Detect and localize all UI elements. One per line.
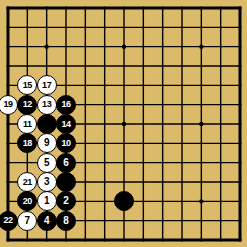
intersection: [211, 56, 230, 75]
intersection: [134, 37, 153, 56]
intersection: [0, 134, 18, 153]
intersection: [37, 0, 56, 18]
intersection: [172, 230, 191, 247]
intersection: [0, 0, 18, 18]
intersection: [114, 172, 133, 191]
intersection: [153, 0, 172, 18]
stone-white-13: 13: [37, 95, 57, 115]
intersection: [95, 95, 114, 114]
intersection: [18, 230, 37, 247]
stone-white-5: 5: [37, 153, 57, 173]
intersection: [114, 37, 133, 56]
intersection: [211, 230, 230, 247]
intersection: [18, 0, 37, 18]
intersection: [134, 153, 153, 172]
intersection: [153, 37, 172, 56]
intersection: [0, 114, 18, 133]
intersection: [172, 114, 191, 133]
intersection: [95, 18, 114, 37]
intersection: [172, 192, 191, 211]
intersection: [172, 172, 191, 191]
intersection: [76, 0, 95, 18]
intersection: [172, 0, 191, 18]
intersection: [76, 211, 95, 230]
intersection: [0, 56, 18, 75]
intersection: [95, 230, 114, 247]
intersection: 10: [56, 134, 75, 153]
intersection: [76, 230, 95, 247]
intersection: [230, 211, 247, 230]
intersection: 13: [37, 95, 56, 114]
intersection: [211, 37, 230, 56]
intersection: [172, 18, 191, 37]
intersection: [76, 134, 95, 153]
stone-black-setup: [114, 191, 134, 211]
intersection: [114, 114, 133, 133]
intersection: [230, 172, 247, 191]
intersection: [0, 18, 18, 37]
intersection: [95, 172, 114, 191]
stone-black-20: 20: [17, 191, 37, 211]
intersection: [134, 0, 153, 18]
intersection: [114, 192, 133, 211]
intersection: [192, 153, 211, 172]
intersection: [192, 37, 211, 56]
intersection: [114, 211, 133, 230]
intersection: [153, 134, 172, 153]
intersection: [95, 134, 114, 153]
stone-white-3: 3: [37, 172, 57, 192]
intersection: [56, 230, 75, 247]
intersection: [76, 95, 95, 114]
intersection: [76, 114, 95, 133]
intersection: [0, 76, 18, 95]
intersection: [56, 0, 75, 18]
intersection: [192, 56, 211, 75]
intersection: [153, 153, 172, 172]
intersection: [56, 56, 75, 75]
intersection: [211, 192, 230, 211]
intersection: [18, 153, 37, 172]
intersection: [134, 172, 153, 191]
intersection: [76, 192, 95, 211]
intersection: [230, 37, 247, 56]
stone-black-setup: [56, 172, 76, 192]
intersection: [76, 76, 95, 95]
intersection: [114, 76, 133, 95]
intersection: 16: [56, 95, 75, 114]
intersection: [172, 134, 191, 153]
intersection: [230, 153, 247, 172]
intersection: [18, 18, 37, 37]
stone-white-21: 21: [17, 172, 37, 192]
board-grid: 15171912131611141891056213201222748: [0, 0, 247, 247]
intersection: 4: [37, 211, 56, 230]
stone-white-19: 19: [0, 95, 18, 115]
intersection: [153, 95, 172, 114]
intersection: [153, 56, 172, 75]
intersection: [211, 114, 230, 133]
intersection: [172, 76, 191, 95]
intersection: [56, 18, 75, 37]
intersection: [95, 76, 114, 95]
intersection: [0, 172, 18, 191]
stone-black-22: 22: [0, 211, 18, 231]
intersection: [230, 76, 247, 95]
intersection: 14: [56, 114, 75, 133]
stone-black-18: 18: [17, 133, 37, 153]
stone-black-14: 14: [56, 114, 76, 134]
intersection: [95, 211, 114, 230]
intersection: [153, 76, 172, 95]
intersection: [56, 37, 75, 56]
intersection: [114, 230, 133, 247]
intersection: [192, 114, 211, 133]
intersection: [153, 211, 172, 230]
stone-black-6: 6: [56, 153, 76, 173]
intersection: [153, 172, 172, 191]
intersection: [37, 18, 56, 37]
intersection: [95, 37, 114, 56]
intersection: [192, 172, 211, 191]
intersection: 20: [18, 192, 37, 211]
intersection: [76, 18, 95, 37]
intersection: [211, 134, 230, 153]
intersection: [211, 95, 230, 114]
intersection: [0, 192, 18, 211]
intersection: [211, 76, 230, 95]
intersection: [172, 153, 191, 172]
intersection: [192, 134, 211, 153]
intersection: [76, 56, 95, 75]
intersection: [192, 18, 211, 37]
intersection: [172, 37, 191, 56]
intersection: [0, 153, 18, 172]
stone-white-9: 9: [37, 133, 57, 153]
stone-black-8: 8: [56, 211, 76, 231]
intersection: [76, 172, 95, 191]
intersection: [134, 230, 153, 247]
stone-white-15: 15: [17, 75, 37, 95]
stone-black-setup: [37, 114, 57, 134]
intersection: 8: [56, 211, 75, 230]
intersection: [192, 0, 211, 18]
intersection: 18: [18, 134, 37, 153]
intersection: 5: [37, 153, 56, 172]
intersection: [18, 56, 37, 75]
intersection: 22: [0, 211, 18, 230]
intersection: [230, 192, 247, 211]
intersection: 7: [18, 211, 37, 230]
intersection: [211, 211, 230, 230]
intersection: [211, 153, 230, 172]
intersection: [114, 18, 133, 37]
intersection: [230, 18, 247, 37]
intersection: [56, 172, 75, 191]
intersection: [95, 192, 114, 211]
intersection: [134, 134, 153, 153]
intersection: 15: [18, 76, 37, 95]
intersection: [230, 56, 247, 75]
intersection: 2: [56, 192, 75, 211]
stone-black-12: 12: [17, 95, 37, 115]
intersection: [114, 134, 133, 153]
intersection: 21: [18, 172, 37, 191]
intersection: [37, 230, 56, 247]
intersection: [76, 153, 95, 172]
intersection: 6: [56, 153, 75, 172]
intersection: [153, 192, 172, 211]
intersection: [134, 114, 153, 133]
intersection: [230, 0, 247, 18]
intersection: [172, 211, 191, 230]
intersection: [37, 37, 56, 56]
intersection: [37, 56, 56, 75]
intersection: [134, 211, 153, 230]
intersection: [153, 18, 172, 37]
intersection: [76, 37, 95, 56]
intersection: [211, 0, 230, 18]
intersection: [114, 0, 133, 18]
intersection: [134, 76, 153, 95]
intersection: [230, 114, 247, 133]
intersection: [37, 114, 56, 133]
stone-black-2: 2: [56, 191, 76, 211]
intersection: [172, 56, 191, 75]
intersection: 19: [0, 95, 18, 114]
intersection: [153, 114, 172, 133]
intersection: [192, 230, 211, 247]
intersection: [56, 76, 75, 95]
intersection: [0, 37, 18, 56]
intersection: [134, 18, 153, 37]
intersection: [134, 95, 153, 114]
intersection: [211, 172, 230, 191]
intersection: 9: [37, 134, 56, 153]
stone-black-4: 4: [37, 211, 57, 231]
intersection: [95, 114, 114, 133]
intersection: [95, 56, 114, 75]
intersection: 11: [18, 114, 37, 133]
intersection: [134, 192, 153, 211]
stone-white-11: 11: [17, 114, 37, 134]
stone-white-17: 17: [37, 75, 57, 95]
intersection: [0, 230, 18, 247]
intersection: [192, 95, 211, 114]
intersection: [153, 230, 172, 247]
intersection: 12: [18, 95, 37, 114]
intersection: [95, 0, 114, 18]
go-board-diagram: 15171912131611141891056213201222748: [0, 0, 247, 247]
intersection: [230, 95, 247, 114]
intersection: [192, 192, 211, 211]
intersection: 3: [37, 172, 56, 191]
intersection: [192, 76, 211, 95]
stone-black-16: 16: [56, 95, 76, 115]
intersection: [114, 95, 133, 114]
stone-black-10: 10: [56, 133, 76, 153]
intersection: 1: [37, 192, 56, 211]
intersection: [18, 37, 37, 56]
intersection: [192, 211, 211, 230]
stone-white-7: 7: [17, 211, 37, 231]
intersection: [114, 153, 133, 172]
intersection: [230, 134, 247, 153]
intersection: [95, 153, 114, 172]
intersection: [230, 230, 247, 247]
stone-white-1: 1: [37, 191, 57, 211]
intersection: [211, 18, 230, 37]
intersection: [134, 56, 153, 75]
intersection: [172, 95, 191, 114]
intersection: [114, 56, 133, 75]
intersection: 17: [37, 76, 56, 95]
